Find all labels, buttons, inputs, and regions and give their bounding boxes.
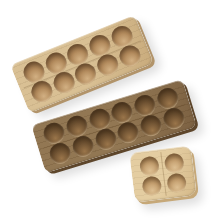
pit-r2c2 [70,133,96,159]
pit-r2c3 [93,126,119,152]
pit-grid [129,145,197,202]
pit-r2c6 [161,106,187,132]
board-4-pit-beech-tray [129,145,197,202]
product-photo-stage [0,0,220,220]
pit-r2c4 [115,119,141,145]
pit-r1c1 [139,155,160,176]
pit-r2c1 [141,175,162,196]
pit-r2c2 [166,172,187,193]
pit-r2c1 [47,140,73,166]
pit-r2c5 [138,113,164,139]
pit-r1c2 [164,152,185,173]
